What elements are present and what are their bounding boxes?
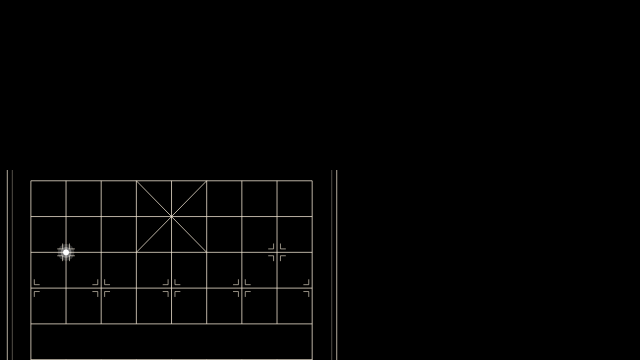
cloud [0,60,260,115]
board-grid-lines [0,170,346,360]
video-frame: 楚河 漢界 車相仕帥仕相車炮馬兵兵兵兵炮兵馬卒卒卒卒卒炮象馬炮車車馬士將士象 象… [0,0,640,360]
cloud-haze [0,137,150,155]
last-move-origin-marker [63,249,69,255]
cloud [0,0,280,60]
cloud-haze [0,115,150,137]
